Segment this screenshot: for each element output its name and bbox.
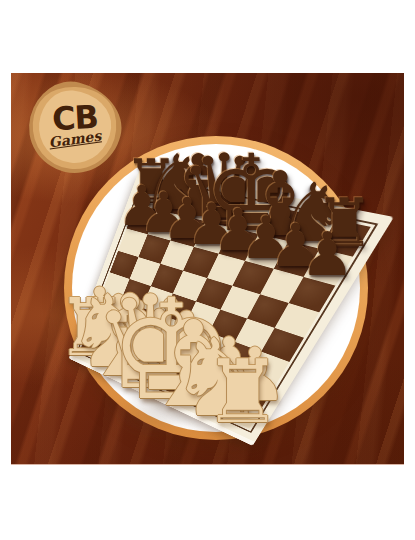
brand-logo: CB Games: [27, 81, 123, 177]
page: CB Games ♜♞♝♛♚♝♞♜♟♟♟♟♟♟♟♟♟♟♟♟♟♟♟♟♜♞♝♛♚♝♞…: [0, 0, 415, 540]
logo-text: CB Games: [27, 81, 123, 177]
product-photo: CB Games ♜♞♝♛♚♝♞♜♟♟♟♟♟♟♟♟♟♟♟♟♟♟♟♟♜♞♝♛♚♝♞…: [11, 73, 404, 465]
